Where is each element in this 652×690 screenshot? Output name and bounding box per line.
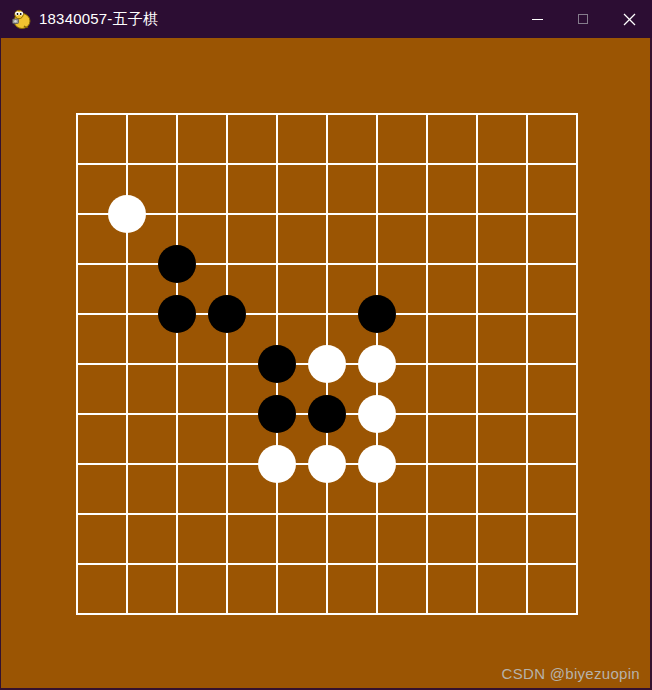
board-cell[interactable]	[527, 414, 577, 464]
board-cell[interactable]	[277, 514, 327, 564]
board-grid	[76, 113, 578, 615]
board-cell[interactable]	[327, 114, 377, 164]
board-cell[interactable]	[477, 564, 527, 614]
board-cell[interactable]	[77, 214, 127, 264]
board-cell[interactable]	[127, 514, 177, 564]
board-cell[interactable]	[127, 314, 177, 364]
board-cell[interactable]	[127, 364, 177, 414]
board-cell[interactable]	[77, 314, 127, 364]
gomoku-board	[76, 113, 578, 615]
board-cell[interactable]	[477, 264, 527, 314]
board-cell[interactable]	[477, 364, 527, 414]
board-cell[interactable]	[427, 464, 477, 514]
board-cell[interactable]	[327, 364, 377, 414]
board-cell[interactable]	[377, 164, 427, 214]
board-cell[interactable]	[127, 464, 177, 514]
board-cell[interactable]	[177, 264, 227, 314]
board-cell[interactable]	[177, 564, 227, 614]
board-cell[interactable]	[177, 164, 227, 214]
board-cell[interactable]	[277, 314, 327, 364]
board-cell[interactable]	[427, 164, 477, 214]
board-cell[interactable]	[327, 514, 377, 564]
board-cell[interactable]	[327, 264, 377, 314]
board-cell[interactable]	[427, 364, 477, 414]
board-cell[interactable]	[377, 264, 427, 314]
close-icon	[623, 13, 636, 26]
board-cell[interactable]	[427, 314, 477, 364]
app-window: 18340057-五子棋 CSDN @biyezuopin	[0, 0, 652, 690]
board-cell[interactable]	[527, 464, 577, 514]
watermark-text: CSDN @biyezuopin	[502, 665, 640, 682]
board-cell[interactable]	[427, 264, 477, 314]
board-cell[interactable]	[377, 314, 427, 364]
board-cell[interactable]	[177, 214, 227, 264]
board-cell[interactable]	[177, 514, 227, 564]
board-cell[interactable]	[327, 464, 377, 514]
maximize-button[interactable]	[560, 0, 606, 38]
board-cell[interactable]	[377, 114, 427, 164]
board-cell[interactable]	[527, 314, 577, 364]
board-cell[interactable]	[277, 164, 327, 214]
board-cell[interactable]	[377, 414, 427, 464]
board-cell[interactable]	[377, 514, 427, 564]
board-cell[interactable]	[227, 314, 277, 364]
board-cell[interactable]	[477, 314, 527, 364]
board-cell[interactable]	[227, 414, 277, 464]
board-cell[interactable]	[127, 564, 177, 614]
board-cell[interactable]	[127, 114, 177, 164]
board-cell[interactable]	[77, 414, 127, 464]
board-cell[interactable]	[527, 564, 577, 614]
board-cell[interactable]	[227, 514, 277, 564]
board-cell[interactable]	[77, 464, 127, 514]
board-cell[interactable]	[327, 414, 377, 464]
board-cell[interactable]	[227, 564, 277, 614]
board-cell[interactable]	[477, 464, 527, 514]
python-turtle-icon	[10, 8, 32, 30]
board-cell[interactable]	[377, 564, 427, 614]
board-cell[interactable]	[427, 214, 477, 264]
board-cell[interactable]	[77, 114, 127, 164]
board-cell[interactable]	[477, 214, 527, 264]
board-cell[interactable]	[527, 214, 577, 264]
board-cell[interactable]	[177, 464, 227, 514]
board-cell[interactable]	[477, 414, 527, 464]
board-cell[interactable]	[227, 164, 277, 214]
maximize-icon	[578, 14, 588, 24]
board-cell[interactable]	[127, 164, 177, 214]
board-cell[interactable]	[327, 564, 377, 614]
board-cell[interactable]	[477, 114, 527, 164]
board-cell[interactable]	[377, 464, 427, 514]
board-cell[interactable]	[77, 364, 127, 414]
minimize-icon	[532, 19, 543, 20]
titlebar: 18340057-五子棋	[0, 0, 652, 38]
board-cell[interactable]	[527, 364, 577, 414]
board-cell[interactable]	[327, 164, 377, 214]
board-cell[interactable]	[277, 114, 327, 164]
board-cell[interactable]	[177, 114, 227, 164]
board-cell[interactable]	[277, 464, 327, 514]
board-cell[interactable]	[527, 164, 577, 214]
board-cell[interactable]	[227, 364, 277, 414]
board-cell[interactable]	[77, 564, 127, 614]
board-cell[interactable]	[327, 214, 377, 264]
board-cell[interactable]	[77, 164, 127, 214]
board-cell[interactable]	[177, 414, 227, 464]
minimize-button[interactable]	[514, 0, 560, 38]
board-cell[interactable]	[377, 364, 427, 414]
game-canvas: CSDN @biyezuopin	[0, 38, 652, 690]
board-cell[interactable]	[127, 264, 177, 314]
board-cell[interactable]	[427, 414, 477, 464]
board-cell[interactable]	[227, 464, 277, 514]
board-cell[interactable]	[277, 414, 327, 464]
board-cell[interactable]	[427, 114, 477, 164]
board-cell[interactable]	[77, 264, 127, 314]
board-cell[interactable]	[227, 214, 277, 264]
board-cell[interactable]	[277, 264, 327, 314]
close-button[interactable]	[606, 0, 652, 38]
board-cell[interactable]	[477, 514, 527, 564]
board-cell[interactable]	[327, 314, 377, 364]
board-cell[interactable]	[477, 164, 527, 214]
board-cell[interactable]	[427, 514, 477, 564]
board-cell[interactable]	[527, 514, 577, 564]
board-cell[interactable]	[527, 114, 577, 164]
board-cell[interactable]	[427, 564, 477, 614]
board-cell[interactable]	[127, 214, 177, 264]
board-cell[interactable]	[377, 214, 427, 264]
board-cell[interactable]	[177, 314, 227, 364]
board-cell[interactable]	[127, 414, 177, 464]
board-cell[interactable]	[277, 214, 327, 264]
board-cell[interactable]	[277, 364, 327, 414]
board-cell[interactable]	[77, 514, 127, 564]
board-cell[interactable]	[227, 264, 277, 314]
board-cell[interactable]	[527, 264, 577, 314]
board-cell[interactable]	[277, 564, 327, 614]
board-cell[interactable]	[177, 364, 227, 414]
window-title: 18340057-五子棋	[39, 10, 158, 29]
board-cell[interactable]	[227, 114, 277, 164]
